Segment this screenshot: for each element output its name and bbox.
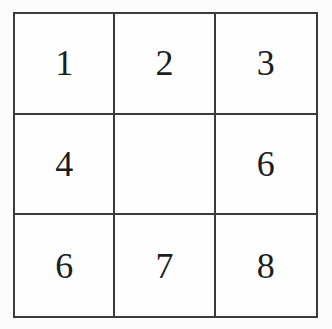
cell-r2c1[interactable]: 7 <box>115 215 215 316</box>
cell-r1c2[interactable]: 6 <box>216 115 316 216</box>
cell-r0c2[interactable]: 3 <box>216 14 316 115</box>
cell-r1c1-empty[interactable] <box>115 115 215 216</box>
cell-r2c2[interactable]: 8 <box>216 215 316 316</box>
cell-r0c0[interactable]: 1 <box>15 14 115 115</box>
cell-r2c0[interactable]: 6 <box>15 215 115 316</box>
puzzle-board: 1 2 3 4 6 6 7 8 <box>13 12 318 318</box>
cell-r1c0[interactable]: 4 <box>15 115 115 216</box>
cell-r0c1[interactable]: 2 <box>115 14 215 115</box>
